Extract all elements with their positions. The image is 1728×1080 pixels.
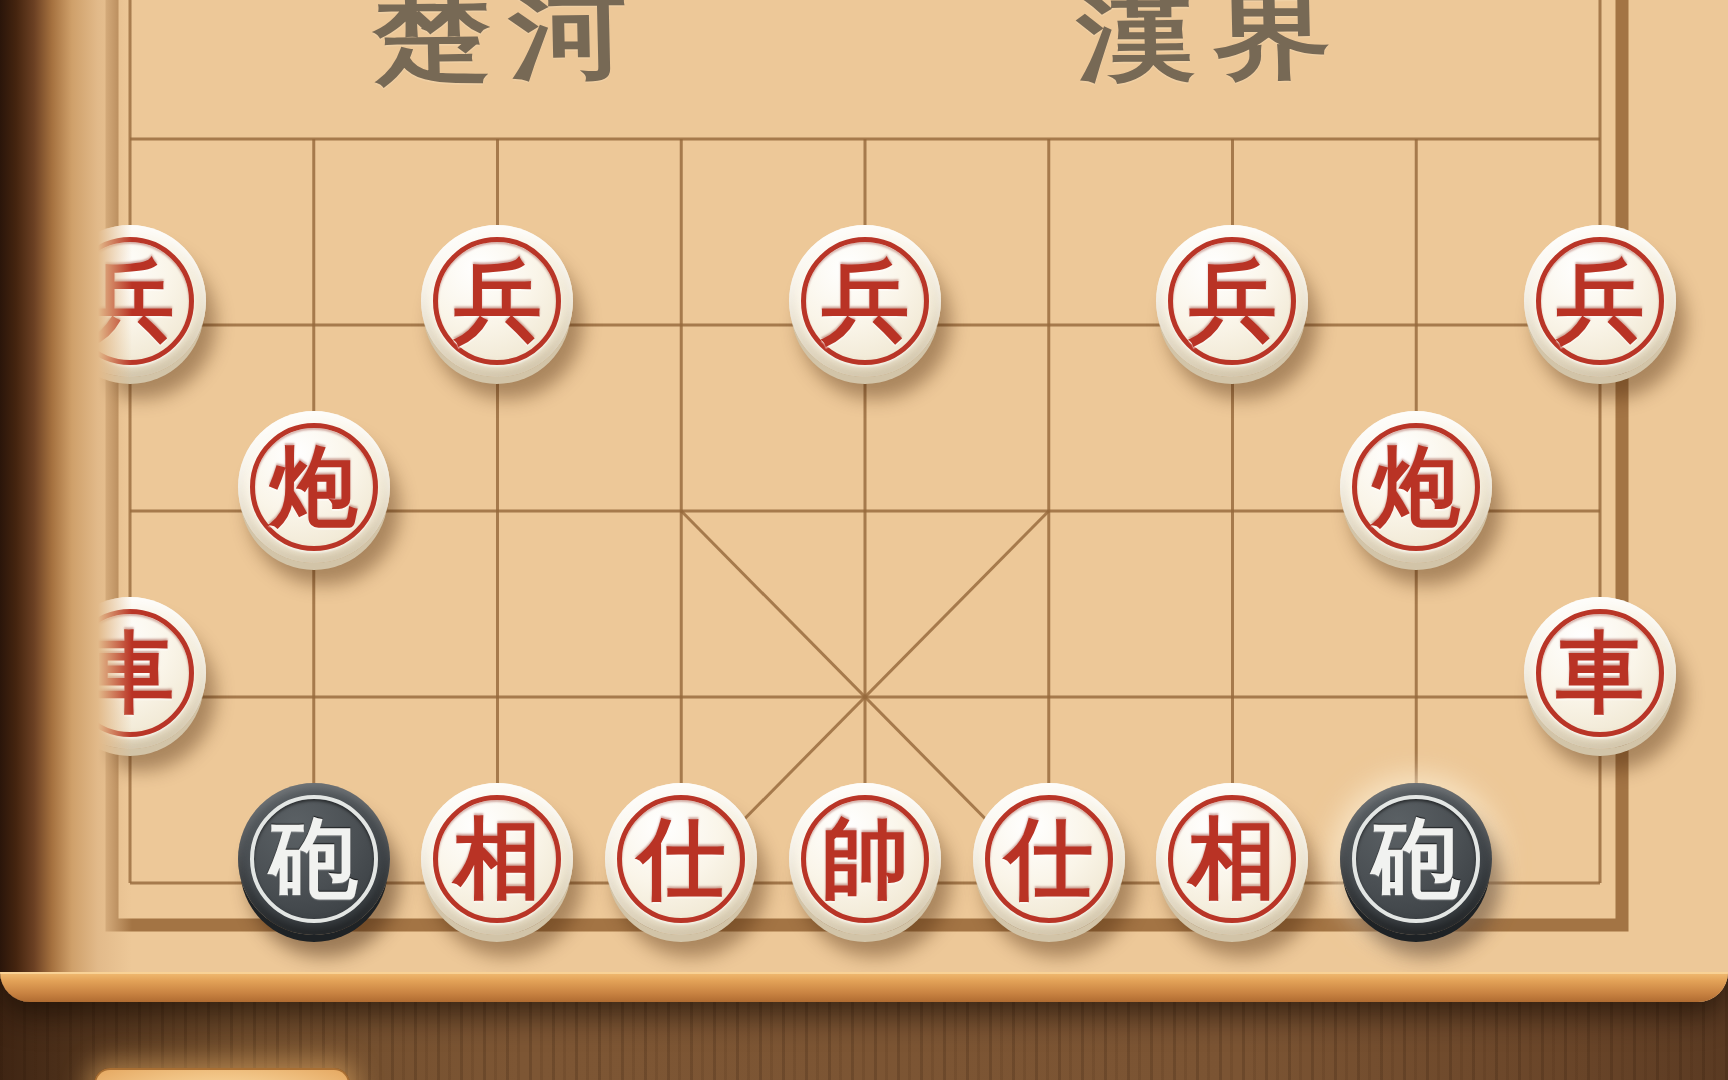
red-soldier[interactable]: 兵: [421, 225, 573, 377]
red-soldier-glyph: 兵: [1524, 225, 1676, 377]
black-cannon[interactable]: 砲: [238, 783, 390, 935]
red-general-glyph: 帥: [789, 783, 941, 935]
bottom-tray-button[interactable]: [94, 1068, 350, 1080]
red-soldier[interactable]: 兵: [789, 225, 941, 377]
game-screen: 楚河 漢界 兵兵兵兵兵炮炮車車砲相仕帥仕相砲: [0, 0, 1728, 1080]
red-elephant[interactable]: 相: [421, 783, 573, 935]
red-cannon[interactable]: 炮: [238, 411, 390, 563]
red-cannon-glyph: 炮: [1340, 411, 1492, 563]
black-cannon[interactable]: 砲: [1340, 783, 1492, 935]
piece-grid: 兵兵兵兵兵炮炮車車砲相仕帥仕相砲: [38, 46, 1692, 976]
red-general[interactable]: 帥: [789, 783, 941, 935]
xiangqi-board[interactable]: 楚河 漢界 兵兵兵兵兵炮炮車車砲相仕帥仕相砲: [0, 0, 1728, 1002]
red-soldier[interactable]: 兵: [1524, 225, 1676, 377]
black-cannon-glyph: 砲: [238, 783, 390, 935]
board-right-edge: [1682, 0, 1728, 1002]
red-soldier-glyph: 兵: [1156, 225, 1308, 377]
red-elephant-glyph: 相: [1156, 783, 1308, 935]
red-advisor-glyph: 仕: [605, 783, 757, 935]
red-chariot-glyph: 車: [1524, 597, 1676, 749]
red-advisor[interactable]: 仕: [973, 783, 1125, 935]
red-elephant[interactable]: 相: [1156, 783, 1308, 935]
red-soldier-glyph: 兵: [421, 225, 573, 377]
board-left-edge-shadow: [0, 0, 132, 1002]
red-cannon-glyph: 炮: [238, 411, 390, 563]
red-soldier-glyph: 兵: [789, 225, 941, 377]
black-cannon-glyph: 砲: [1340, 783, 1492, 935]
red-advisor[interactable]: 仕: [605, 783, 757, 935]
board-front-edge: [0, 972, 1728, 1002]
red-elephant-glyph: 相: [421, 783, 573, 935]
red-chariot[interactable]: 車: [1524, 597, 1676, 749]
red-advisor-glyph: 仕: [973, 783, 1125, 935]
red-cannon[interactable]: 炮: [1340, 411, 1492, 563]
red-soldier[interactable]: 兵: [1156, 225, 1308, 377]
